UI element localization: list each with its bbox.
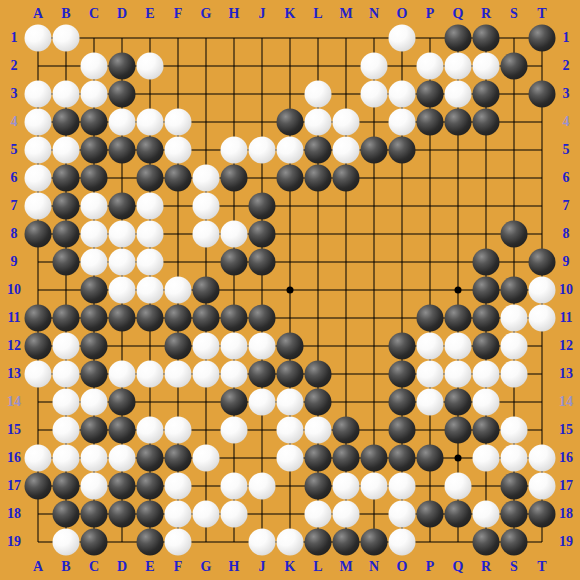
white-stone-T16[interactable] xyxy=(529,445,556,472)
white-stone-E4[interactable] xyxy=(137,109,164,136)
black-stone-B6[interactable] xyxy=(53,165,80,192)
row-label-left: 19 xyxy=(7,535,21,549)
black-stone-C5[interactable] xyxy=(81,137,108,164)
white-stone-C14[interactable] xyxy=(81,389,108,416)
black-stone-M19[interactable] xyxy=(333,529,360,556)
column-label-bottom: R xyxy=(481,560,491,574)
white-stone-T17[interactable] xyxy=(529,473,556,500)
black-stone-T1[interactable] xyxy=(529,25,556,52)
black-stone-H6[interactable] xyxy=(221,165,248,192)
white-stone-L4[interactable] xyxy=(305,109,332,136)
column-label-bottom: H xyxy=(229,560,240,574)
row-label-left: 13 xyxy=(7,367,21,381)
white-stone-T11[interactable] xyxy=(529,305,556,332)
black-stone-F16[interactable] xyxy=(165,445,192,472)
white-stone-E10[interactable] xyxy=(137,277,164,304)
black-stone-C12[interactable] xyxy=(81,333,108,360)
black-stone-R10[interactable] xyxy=(473,277,500,304)
column-label-top: H xyxy=(229,7,240,21)
black-stone-P18[interactable] xyxy=(417,501,444,528)
black-stone-K4[interactable] xyxy=(277,109,304,136)
black-stone-F11[interactable] xyxy=(165,305,192,332)
black-stone-J11[interactable] xyxy=(249,305,276,332)
row-label-right: 13 xyxy=(559,367,573,381)
white-stone-B12[interactable] xyxy=(53,333,80,360)
white-stone-B19[interactable] xyxy=(53,529,80,556)
black-stone-B18[interactable] xyxy=(53,501,80,528)
white-stone-D9[interactable] xyxy=(109,249,136,276)
white-stone-J14[interactable] xyxy=(249,389,276,416)
white-stone-K5[interactable] xyxy=(277,137,304,164)
row-label-right: 3 xyxy=(563,87,570,101)
black-stone-R12[interactable] xyxy=(473,333,500,360)
black-stone-E16[interactable] xyxy=(137,445,164,472)
black-stone-E11[interactable] xyxy=(137,305,164,332)
white-stone-G12[interactable] xyxy=(193,333,220,360)
white-stone-O19[interactable] xyxy=(389,529,416,556)
column-label-top: B xyxy=(61,7,70,21)
white-stone-F5[interactable] xyxy=(165,137,192,164)
black-stone-P11[interactable] xyxy=(417,305,444,332)
black-stone-C13[interactable] xyxy=(81,361,108,388)
white-stone-C3[interactable] xyxy=(81,81,108,108)
black-stone-L6[interactable] xyxy=(305,165,332,192)
white-stone-K14[interactable] xyxy=(277,389,304,416)
black-stone-M16[interactable] xyxy=(333,445,360,472)
row-label-right: 19 xyxy=(559,535,573,549)
row-label-left: 18 xyxy=(7,507,21,521)
white-stone-F18[interactable] xyxy=(165,501,192,528)
white-stone-P2[interactable] xyxy=(417,53,444,80)
white-stone-G6[interactable] xyxy=(193,165,220,192)
black-stone-D2[interactable] xyxy=(109,53,136,80)
white-stone-K16[interactable] xyxy=(277,445,304,472)
black-stone-H9[interactable] xyxy=(221,249,248,276)
white-stone-E13[interactable] xyxy=(137,361,164,388)
white-stone-B5[interactable] xyxy=(53,137,80,164)
white-stone-E9[interactable] xyxy=(137,249,164,276)
black-stone-D17[interactable] xyxy=(109,473,136,500)
white-stone-L15[interactable] xyxy=(305,417,332,444)
white-stone-A5[interactable] xyxy=(25,137,52,164)
column-label-bottom: E xyxy=(145,560,154,574)
row-label-right: 10 xyxy=(559,283,573,297)
black-stone-O13[interactable] xyxy=(389,361,416,388)
column-label-top: T xyxy=(537,7,546,21)
black-stone-C11[interactable] xyxy=(81,305,108,332)
white-stone-J5[interactable] xyxy=(249,137,276,164)
row-label-right: 8 xyxy=(563,227,570,241)
black-stone-E6[interactable] xyxy=(137,165,164,192)
black-stone-R3[interactable] xyxy=(473,81,500,108)
white-stone-M5[interactable] xyxy=(333,137,360,164)
black-stone-B11[interactable] xyxy=(53,305,80,332)
row-label-right: 7 xyxy=(563,199,570,213)
column-label-bottom: M xyxy=(339,560,352,574)
white-stone-O17[interactable] xyxy=(389,473,416,500)
white-stone-S16[interactable] xyxy=(501,445,528,472)
white-stone-Q13[interactable] xyxy=(445,361,472,388)
row-label-left: 2 xyxy=(11,59,18,73)
white-stone-Q2[interactable] xyxy=(445,53,472,80)
column-label-bottom: P xyxy=(426,560,435,574)
column-label-bottom: G xyxy=(201,560,212,574)
black-stone-G10[interactable] xyxy=(193,277,220,304)
black-stone-E5[interactable] xyxy=(137,137,164,164)
white-stone-R18[interactable] xyxy=(473,501,500,528)
black-stone-R1[interactable] xyxy=(473,25,500,52)
column-label-top: A xyxy=(33,7,43,21)
black-stone-J9[interactable] xyxy=(249,249,276,276)
column-label-top: O xyxy=(397,7,408,21)
black-stone-F12[interactable] xyxy=(165,333,192,360)
column-label-bottom: B xyxy=(61,560,70,574)
black-stone-L19[interactable] xyxy=(305,529,332,556)
black-stone-Q1[interactable] xyxy=(445,25,472,52)
white-stone-S12[interactable] xyxy=(501,333,528,360)
white-stone-C16[interactable] xyxy=(81,445,108,472)
column-label-top: D xyxy=(117,7,127,21)
column-label-top: E xyxy=(145,7,154,21)
row-label-right: 16 xyxy=(559,451,573,465)
white-stone-E8[interactable] xyxy=(137,221,164,248)
black-stone-R15[interactable] xyxy=(473,417,500,444)
black-stone-B8[interactable] xyxy=(53,221,80,248)
black-stone-D18[interactable] xyxy=(109,501,136,528)
column-label-top: R xyxy=(481,7,491,21)
white-stone-L3[interactable] xyxy=(305,81,332,108)
black-stone-L5[interactable] xyxy=(305,137,332,164)
column-label-bottom: O xyxy=(397,560,408,574)
column-label-top: F xyxy=(174,7,183,21)
white-stone-O18[interactable] xyxy=(389,501,416,528)
white-stone-B1[interactable] xyxy=(53,25,80,52)
row-label-left: 12 xyxy=(7,339,21,353)
black-stone-O12[interactable] xyxy=(389,333,416,360)
row-label-left: 15 xyxy=(7,423,21,437)
white-stone-S13[interactable] xyxy=(501,361,528,388)
white-stone-B13[interactable] xyxy=(53,361,80,388)
white-stone-K15[interactable] xyxy=(277,417,304,444)
white-stone-A1[interactable] xyxy=(25,25,52,52)
row-label-left: 7 xyxy=(11,199,18,213)
column-label-top: J xyxy=(259,7,266,21)
row-label-right: 18 xyxy=(559,507,573,521)
black-stone-P4[interactable] xyxy=(417,109,444,136)
black-stone-B4[interactable] xyxy=(53,109,80,136)
row-label-left: 16 xyxy=(7,451,21,465)
white-stone-H12[interactable] xyxy=(221,333,248,360)
white-stone-H15[interactable] xyxy=(221,417,248,444)
white-stone-S15[interactable] xyxy=(501,417,528,444)
white-stone-A7[interactable] xyxy=(25,193,52,220)
white-stone-Q3[interactable] xyxy=(445,81,472,108)
black-stone-D14[interactable] xyxy=(109,389,136,416)
white-stone-P14[interactable] xyxy=(417,389,444,416)
white-stone-C8[interactable] xyxy=(81,221,108,248)
black-stone-S10[interactable] xyxy=(501,277,528,304)
black-stone-Q14[interactable] xyxy=(445,389,472,416)
black-stone-Q4[interactable] xyxy=(445,109,472,136)
row-label-left: 1 xyxy=(11,31,18,45)
column-label-top: G xyxy=(201,7,212,21)
white-stone-D8[interactable] xyxy=(109,221,136,248)
row-label-left: 11 xyxy=(7,311,20,325)
white-stone-M4[interactable] xyxy=(333,109,360,136)
row-label-right: 1 xyxy=(563,31,570,45)
white-stone-P13[interactable] xyxy=(417,361,444,388)
white-stone-B15[interactable] xyxy=(53,417,80,444)
black-stone-Q11[interactable] xyxy=(445,305,472,332)
white-stone-H13[interactable] xyxy=(221,361,248,388)
black-stone-B17[interactable] xyxy=(53,473,80,500)
row-label-left: 10 xyxy=(7,283,21,297)
black-stone-G11[interactable] xyxy=(193,305,220,332)
black-stone-C4[interactable] xyxy=(81,109,108,136)
black-stone-A8[interactable] xyxy=(25,221,52,248)
white-stone-B14[interactable] xyxy=(53,389,80,416)
black-stone-J13[interactable] xyxy=(249,361,276,388)
black-stone-P3[interactable] xyxy=(417,81,444,108)
white-stone-A13[interactable] xyxy=(25,361,52,388)
column-label-bottom: T xyxy=(537,560,546,574)
white-stone-A3[interactable] xyxy=(25,81,52,108)
black-stone-M6[interactable] xyxy=(333,165,360,192)
white-stone-B3[interactable] xyxy=(53,81,80,108)
column-label-top: C xyxy=(89,7,99,21)
row-label-left: 9 xyxy=(11,255,18,269)
black-stone-N19[interactable] xyxy=(361,529,388,556)
white-stone-N17[interactable] xyxy=(361,473,388,500)
white-stone-R13[interactable] xyxy=(473,361,500,388)
black-stone-C15[interactable] xyxy=(81,417,108,444)
white-stone-N3[interactable] xyxy=(361,81,388,108)
star-point-Q16 xyxy=(455,455,462,462)
white-stone-A4[interactable] xyxy=(25,109,52,136)
column-label-top: L xyxy=(313,7,322,21)
black-stone-K13[interactable] xyxy=(277,361,304,388)
row-label-right: 15 xyxy=(559,423,573,437)
white-stone-H17[interactable] xyxy=(221,473,248,500)
white-stone-E2[interactable] xyxy=(137,53,164,80)
black-stone-J7[interactable] xyxy=(249,193,276,220)
white-stone-F17[interactable] xyxy=(165,473,192,500)
star-point-Q10 xyxy=(455,287,462,294)
white-stone-O4[interactable] xyxy=(389,109,416,136)
black-stone-J8[interactable] xyxy=(249,221,276,248)
white-stone-D4[interactable] xyxy=(109,109,136,136)
black-stone-L13[interactable] xyxy=(305,361,332,388)
column-label-bottom: S xyxy=(510,560,518,574)
black-stone-L14[interactable] xyxy=(305,389,332,416)
row-label-right: 6 xyxy=(563,171,570,185)
column-label-bottom: N xyxy=(369,560,379,574)
row-label-right: 17 xyxy=(559,479,573,493)
black-stone-E17[interactable] xyxy=(137,473,164,500)
white-stone-K19[interactable] xyxy=(277,529,304,556)
black-stone-D7[interactable] xyxy=(109,193,136,220)
black-stone-T3[interactable] xyxy=(529,81,556,108)
row-label-left: 14 xyxy=(7,395,21,409)
black-stone-H14[interactable] xyxy=(221,389,248,416)
white-stone-L18[interactable] xyxy=(305,501,332,528)
black-stone-B9[interactable] xyxy=(53,249,80,276)
black-stone-R19[interactable] xyxy=(473,529,500,556)
row-label-left: 8 xyxy=(11,227,18,241)
white-stone-M18[interactable] xyxy=(333,501,360,528)
black-stone-T18[interactable] xyxy=(529,501,556,528)
white-stone-G16[interactable] xyxy=(193,445,220,472)
row-label-left: 6 xyxy=(11,171,18,185)
black-stone-L17[interactable] xyxy=(305,473,332,500)
white-stone-F10[interactable] xyxy=(165,277,192,304)
white-stone-F19[interactable] xyxy=(165,529,192,556)
black-stone-S8[interactable] xyxy=(501,221,528,248)
row-label-left: 5 xyxy=(11,143,18,157)
black-stone-A12[interactable] xyxy=(25,333,52,360)
column-label-top: M xyxy=(339,7,352,21)
white-stone-T10[interactable] xyxy=(529,277,556,304)
row-label-right: 4 xyxy=(563,115,570,129)
black-stone-B7[interactable] xyxy=(53,193,80,220)
row-label-right: 14 xyxy=(559,395,573,409)
black-stone-S17[interactable] xyxy=(501,473,528,500)
white-stone-R16[interactable] xyxy=(473,445,500,472)
black-stone-O5[interactable] xyxy=(389,137,416,164)
white-stone-G8[interactable] xyxy=(193,221,220,248)
white-stone-D10[interactable] xyxy=(109,277,136,304)
white-stone-G18[interactable] xyxy=(193,501,220,528)
black-stone-R9[interactable] xyxy=(473,249,500,276)
white-stone-C17[interactable] xyxy=(81,473,108,500)
row-label-right: 2 xyxy=(563,59,570,73)
black-stone-A11[interactable] xyxy=(25,305,52,332)
row-label-right: 9 xyxy=(563,255,570,269)
black-stone-C6[interactable] xyxy=(81,165,108,192)
white-stone-G13[interactable] xyxy=(193,361,220,388)
black-stone-N16[interactable] xyxy=(361,445,388,472)
white-stone-J19[interactable] xyxy=(249,529,276,556)
black-stone-P16[interactable] xyxy=(417,445,444,472)
white-stone-H5[interactable] xyxy=(221,137,248,164)
white-stone-H8[interactable] xyxy=(221,221,248,248)
white-stone-H18[interactable] xyxy=(221,501,248,528)
black-stone-O15[interactable] xyxy=(389,417,416,444)
black-stone-D11[interactable] xyxy=(109,305,136,332)
white-stone-O1[interactable] xyxy=(389,25,416,52)
black-stone-N5[interactable] xyxy=(361,137,388,164)
row-label-right: 5 xyxy=(563,143,570,157)
white-stone-Q12[interactable] xyxy=(445,333,472,360)
white-stone-F13[interactable] xyxy=(165,361,192,388)
white-stone-D13[interactable] xyxy=(109,361,136,388)
star-point-K10 xyxy=(287,287,294,294)
black-stone-K12[interactable] xyxy=(277,333,304,360)
black-stone-R4[interactable] xyxy=(473,109,500,136)
black-stone-S19[interactable] xyxy=(501,529,528,556)
white-stone-E7[interactable] xyxy=(137,193,164,220)
white-stone-F4[interactable] xyxy=(165,109,192,136)
column-label-bottom: C xyxy=(89,560,99,574)
black-stone-Q18[interactable] xyxy=(445,501,472,528)
black-stone-C10[interactable] xyxy=(81,277,108,304)
column-label-bottom: L xyxy=(313,560,322,574)
white-stone-P12[interactable] xyxy=(417,333,444,360)
black-stone-F6[interactable] xyxy=(165,165,192,192)
white-stone-D16[interactable] xyxy=(109,445,136,472)
column-label-bottom: D xyxy=(117,560,127,574)
go-board[interactable]: AABBCCDDEEFFGGHHJJKKLLMMNNOOPPQQRRSSTT11… xyxy=(0,0,580,580)
row-label-right: 12 xyxy=(559,339,573,353)
black-stone-Q15[interactable] xyxy=(445,417,472,444)
black-stone-D15[interactable] xyxy=(109,417,136,444)
column-label-top: S xyxy=(510,7,518,21)
white-stone-O3[interactable] xyxy=(389,81,416,108)
black-stone-C19[interactable] xyxy=(81,529,108,556)
black-stone-D5[interactable] xyxy=(109,137,136,164)
black-stone-O16[interactable] xyxy=(389,445,416,472)
black-stone-D3[interactable] xyxy=(109,81,136,108)
black-stone-K6[interactable] xyxy=(277,165,304,192)
black-stone-C18[interactable] xyxy=(81,501,108,528)
black-stone-S18[interactable] xyxy=(501,501,528,528)
white-stone-C7[interactable] xyxy=(81,193,108,220)
white-stone-C2[interactable] xyxy=(81,53,108,80)
white-stone-A16[interactable] xyxy=(25,445,52,472)
black-stone-S2[interactable] xyxy=(501,53,528,80)
black-stone-H11[interactable] xyxy=(221,305,248,332)
row-label-left: 17 xyxy=(7,479,21,493)
column-label-bottom: F xyxy=(174,560,183,574)
white-stone-R2[interactable] xyxy=(473,53,500,80)
white-stone-J12[interactable] xyxy=(249,333,276,360)
row-label-right: 11 xyxy=(559,311,572,325)
white-stone-F15[interactable] xyxy=(165,417,192,444)
white-stone-J17[interactable] xyxy=(249,473,276,500)
black-stone-E18[interactable] xyxy=(137,501,164,528)
black-stone-T9[interactable] xyxy=(529,249,556,276)
black-stone-R11[interactable] xyxy=(473,305,500,332)
black-stone-L16[interactable] xyxy=(305,445,332,472)
white-stone-C9[interactable] xyxy=(81,249,108,276)
column-label-bottom: A xyxy=(33,560,43,574)
row-label-left: 4 xyxy=(11,115,18,129)
column-label-top: Q xyxy=(453,7,464,21)
white-stone-E15[interactable] xyxy=(137,417,164,444)
row-label-left: 3 xyxy=(11,87,18,101)
white-stone-B16[interactable] xyxy=(53,445,80,472)
black-stone-E19[interactable] xyxy=(137,529,164,556)
column-label-bottom: J xyxy=(259,560,266,574)
black-stone-M15[interactable] xyxy=(333,417,360,444)
white-stone-A6[interactable] xyxy=(25,165,52,192)
column-label-bottom: Q xyxy=(453,560,464,574)
black-stone-A17[interactable] xyxy=(25,473,52,500)
column-label-top: N xyxy=(369,7,379,21)
white-stone-R14[interactable] xyxy=(473,389,500,416)
white-stone-N2[interactable] xyxy=(361,53,388,80)
column-label-bottom: K xyxy=(285,560,296,574)
column-label-top: P xyxy=(426,7,435,21)
white-stone-Q17[interactable] xyxy=(445,473,472,500)
column-label-top: K xyxy=(285,7,296,21)
white-stone-M17[interactable] xyxy=(333,473,360,500)
white-stone-G7[interactable] xyxy=(193,193,220,220)
white-stone-S11[interactable] xyxy=(501,305,528,332)
black-stone-O14[interactable] xyxy=(389,389,416,416)
